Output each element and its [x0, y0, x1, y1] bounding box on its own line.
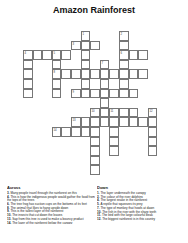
crossword-cell[interactable]: 9 [71, 89, 81, 99]
crossword-cell[interactable] [138, 117, 148, 127]
crossword-cell[interactable]: 13 [71, 117, 81, 127]
crossword-cell[interactable] [23, 69, 33, 79]
crossword-cell[interactable] [129, 117, 139, 127]
crossword-cell[interactable] [90, 89, 100, 99]
crossword-cell[interactable] [129, 108, 139, 118]
crossword-cell[interactable]: 6 [119, 50, 129, 60]
crossword-cell[interactable]: 1 [81, 31, 91, 41]
down-clue-list: 1. The layer underneath the canopy2. The… [97, 191, 185, 221]
crossword-cell[interactable] [109, 137, 119, 147]
crossword-cell[interactable] [23, 60, 33, 70]
crossword-cell[interactable] [100, 98, 110, 108]
crossword-cell[interactable] [100, 89, 110, 99]
crossword-cell[interactable] [71, 69, 81, 79]
crossword-cell[interactable]: 4 [23, 50, 33, 60]
cell-number: 11 [110, 109, 119, 113]
cell-number: 1 [82, 32, 91, 36]
crossword-cell[interactable] [90, 146, 100, 156]
down-heading: Down [97, 185, 185, 190]
crossword-cell[interactable] [90, 156, 100, 166]
clue-item: 13. Sap from this tree is used to make a… [7, 217, 95, 221]
crossword-cell[interactable] [81, 69, 91, 79]
crossword-cell[interactable]: 14 [52, 127, 62, 137]
cell-number: 6 [120, 51, 129, 55]
crossword-cell[interactable] [100, 79, 110, 89]
crossword-cell[interactable] [100, 117, 110, 127]
crossword-cell[interactable] [148, 127, 158, 137]
crossword-cell[interactable] [129, 89, 139, 99]
crossword-cell[interactable]: 8 [52, 69, 62, 79]
crossword-grid: 1234567891011121314 [23, 31, 158, 175]
cell-number: 13 [72, 118, 81, 122]
crossword-cell[interactable] [109, 117, 119, 127]
crossword-cell[interactable] [81, 117, 91, 127]
crossword-cell[interactable] [100, 108, 110, 118]
crossword-cell[interactable] [119, 41, 129, 51]
crossword-cell[interactable] [119, 60, 129, 70]
crossword-cell[interactable] [109, 127, 119, 137]
cell-number: 4 [24, 51, 33, 55]
across-clue-list: 3. Many people travel through the rainfo… [7, 191, 95, 224]
clue-item: 4. This is how the indigenous people wou… [7, 194, 95, 201]
cell-number: 9 [72, 90, 81, 94]
crossword-cell[interactable] [33, 50, 43, 60]
cell-number: 14 [53, 128, 62, 132]
across-heading: Across [7, 185, 95, 190]
crossword-cell[interactable] [61, 69, 71, 79]
cell-number: 2 [120, 32, 129, 36]
crossword-cell[interactable] [23, 89, 33, 99]
crossword-cell[interactable] [90, 41, 100, 51]
crossword-cell[interactable] [52, 89, 62, 99]
crossword-cell[interactable] [109, 69, 119, 79]
cell-number: 7 [101, 61, 110, 65]
down-clues: Down 1. The layer underneath the canopy2… [97, 185, 185, 221]
crossword-cell[interactable] [100, 69, 110, 79]
across-clues: Across 3. Many people travel through the… [7, 185, 95, 224]
cell-number: 8 [53, 70, 62, 74]
cell-number: 12 [149, 109, 158, 113]
crossword-cell[interactable] [119, 79, 129, 89]
crossword-cell[interactable] [109, 89, 119, 99]
crossword-cell[interactable] [23, 79, 33, 89]
cell-number: 5 [53, 51, 62, 55]
crossword-cell[interactable] [129, 50, 139, 60]
crossword-cell[interactable] [129, 69, 139, 79]
crossword-cell[interactable] [52, 79, 62, 89]
crossword-cell[interactable] [42, 50, 52, 60]
crossword-cell[interactable] [81, 60, 91, 70]
crossword-cell[interactable] [90, 117, 100, 127]
crossword-cell[interactable] [138, 50, 148, 60]
crossword-cell[interactable] [119, 108, 129, 118]
cell-number: 3 [72, 42, 81, 46]
page-title: Amazon Rainforest [0, 5, 188, 15]
crossword-cell[interactable]: 3 [71, 41, 81, 51]
clue-item: 14. The layer of the rainforest below th… [7, 220, 95, 224]
crossword-cell[interactable] [90, 127, 100, 137]
crossword-cell[interactable] [81, 89, 91, 99]
crossword-cell[interactable] [81, 79, 91, 89]
crossword-cell[interactable] [61, 127, 71, 137]
crossword-cell[interactable] [148, 117, 158, 127]
crossword-cell[interactable]: 11 [109, 108, 119, 118]
crossword-cell[interactable]: 10 [90, 108, 100, 118]
crossword-cell[interactable] [90, 137, 100, 147]
clue-item: 12. The biggest rainforest is in this co… [97, 217, 185, 221]
crossword-cell[interactable] [81, 41, 91, 51]
crossword-cell[interactable]: 12 [148, 108, 158, 118]
crossword-cell[interactable]: 2 [119, 31, 129, 41]
crossword-cell[interactable] [71, 127, 81, 137]
crossword-cell[interactable]: 5 [52, 50, 62, 60]
crossword-cell[interactable] [52, 60, 62, 70]
crossword-cell[interactable] [119, 69, 129, 79]
crossword-cell[interactable]: 7 [100, 60, 110, 70]
crossword-cell[interactable] [148, 146, 158, 156]
crossword-cell[interactable] [138, 69, 148, 79]
crossword-cell[interactable] [148, 137, 158, 147]
crossword-cell[interactable] [119, 117, 129, 127]
crossword-cell[interactable] [90, 69, 100, 79]
crossword-cell[interactable] [61, 50, 71, 60]
crossword-cell[interactable] [109, 146, 119, 156]
clue-item: 6. The tree frog has suction cups on the… [7, 202, 95, 206]
cell-number: 10 [91, 109, 100, 113]
crossword-cell[interactable] [81, 127, 91, 137]
crossword-cell[interactable] [119, 89, 129, 99]
crossword-cell[interactable] [90, 165, 100, 175]
crossword-cell[interactable] [81, 50, 91, 60]
